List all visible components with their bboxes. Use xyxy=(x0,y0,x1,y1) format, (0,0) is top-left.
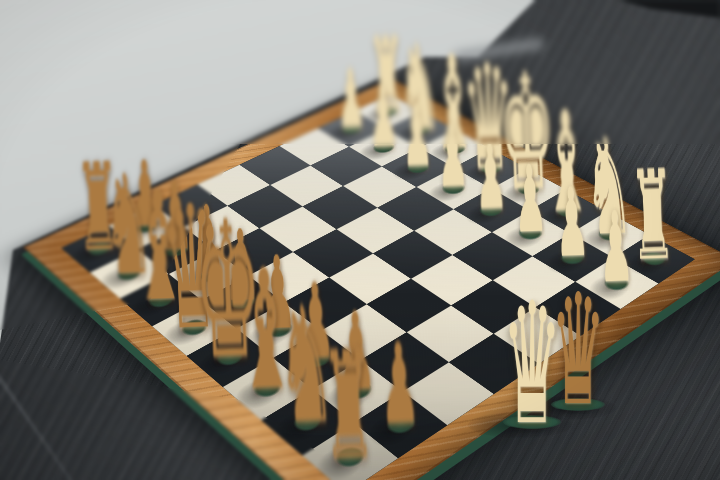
piece-glyph: ♜ xyxy=(628,152,676,277)
photo-scene: ♜♟♟♜♞♟♟♞♝♟♟♝♛♟♟♛♚♟♟♚♝♟♟♝♞♟♟♞♜♟♟♜ ♛ ♛ xyxy=(0,0,720,480)
piece-glyph: ♜ xyxy=(319,329,377,479)
piece-glyph: ♟ xyxy=(553,175,590,271)
extra-white-queen[interactable]: ♛ xyxy=(502,280,561,448)
